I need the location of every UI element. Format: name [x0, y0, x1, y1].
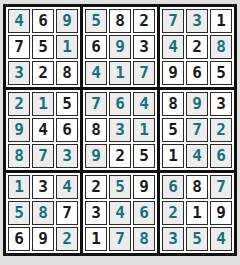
cell-r9c5[interactable]: 7: [109, 227, 131, 251]
box-r3c1: 134587692: [6, 173, 83, 253]
cell-r1c3[interactable]: 9: [56, 9, 78, 33]
cell-r7c4[interactable]: 2: [85, 175, 107, 199]
cell-r5c2[interactable]: 4: [32, 118, 54, 142]
cell-r1c5[interactable]: 8: [109, 9, 131, 33]
cell-r9c7[interactable]: 3: [162, 227, 184, 251]
cell-r6c2[interactable]: 7: [32, 144, 54, 168]
cell-r7c7[interactable]: 6: [162, 175, 184, 199]
cell-r9c4[interactable]: 1: [85, 227, 107, 251]
cell-r7c6[interactable]: 9: [133, 175, 155, 199]
cell-r7c9[interactable]: 7: [210, 175, 232, 199]
cell-r2c9[interactable]: 8: [210, 35, 232, 59]
cell-r3c7[interactable]: 9: [162, 61, 184, 85]
cell-r6c5[interactable]: 2: [109, 144, 131, 168]
box-r2c3: 893572146: [160, 90, 234, 173]
cell-r8c4[interactable]: 3: [85, 201, 107, 225]
cell-r2c7[interactable]: 4: [162, 35, 184, 59]
cell-r4c9[interactable]: 3: [210, 92, 232, 116]
box-r1c3: 731428965: [160, 7, 234, 90]
cell-r8c7[interactable]: 2: [162, 201, 184, 225]
cell-r8c3[interactable]: 7: [56, 201, 78, 225]
cell-r5c3[interactable]: 6: [56, 118, 78, 142]
cell-r8c5[interactable]: 4: [109, 201, 131, 225]
cell-r3c5[interactable]: 1: [109, 61, 131, 85]
cell-r2c1[interactable]: 7: [8, 35, 30, 59]
cell-r3c4[interactable]: 4: [85, 61, 107, 85]
cell-r8c2[interactable]: 8: [32, 201, 54, 225]
cell-r7c8[interactable]: 8: [186, 175, 208, 199]
cell-r9c9[interactable]: 4: [210, 227, 232, 251]
cell-r8c1[interactable]: 5: [8, 201, 30, 225]
cell-r4c5[interactable]: 6: [109, 92, 131, 116]
cell-r5c5[interactable]: 3: [109, 118, 131, 142]
cell-r2c8[interactable]: 2: [186, 35, 208, 59]
cell-r5c1[interactable]: 9: [8, 118, 30, 142]
cell-r3c2[interactable]: 2: [32, 61, 54, 85]
cell-r9c2[interactable]: 9: [32, 227, 54, 251]
cell-r4c6[interactable]: 4: [133, 92, 155, 116]
cell-r1c4[interactable]: 5: [85, 9, 107, 33]
cell-r2c4[interactable]: 6: [85, 35, 107, 59]
cell-r1c8[interactable]: 3: [186, 9, 208, 33]
cell-r5c7[interactable]: 5: [162, 118, 184, 142]
cell-r8c8[interactable]: 1: [186, 201, 208, 225]
cell-r4c4[interactable]: 7: [85, 92, 107, 116]
cell-r6c3[interactable]: 3: [56, 144, 78, 168]
cell-r4c2[interactable]: 1: [32, 92, 54, 116]
cell-r3c8[interactable]: 6: [186, 61, 208, 85]
cell-r6c7[interactable]: 1: [162, 144, 184, 168]
cell-r5c8[interactable]: 7: [186, 118, 208, 142]
cell-r7c2[interactable]: 3: [32, 175, 54, 199]
cell-r8c9[interactable]: 9: [210, 201, 232, 225]
box-r3c2: 259346178: [83, 173, 160, 253]
box-r1c1: 469751328: [6, 7, 83, 90]
cell-r2c5[interactable]: 9: [109, 35, 131, 59]
cell-r4c7[interactable]: 8: [162, 92, 184, 116]
cell-r8c6[interactable]: 6: [133, 201, 155, 225]
sudoku-board: 469751328 582693417 731428965 215946873 …: [3, 4, 237, 256]
cell-r6c1[interactable]: 8: [8, 144, 30, 168]
cell-r6c4[interactable]: 9: [85, 144, 107, 168]
cell-r3c9[interactable]: 5: [210, 61, 232, 85]
cell-r7c5[interactable]: 5: [109, 175, 131, 199]
cell-r2c3[interactable]: 1: [56, 35, 78, 59]
cell-r9c8[interactable]: 5: [186, 227, 208, 251]
cell-r2c6[interactable]: 3: [133, 35, 155, 59]
cell-r1c9[interactable]: 1: [210, 9, 232, 33]
cell-r5c4[interactable]: 8: [85, 118, 107, 142]
box-r2c2: 764831925: [83, 90, 160, 173]
cell-r1c7[interactable]: 7: [162, 9, 184, 33]
cell-r6c6[interactable]: 5: [133, 144, 155, 168]
cell-r9c3[interactable]: 2: [56, 227, 78, 251]
cell-r3c1[interactable]: 3: [8, 61, 30, 85]
box-r3c3: 687219354: [160, 173, 234, 253]
cell-r9c1[interactable]: 6: [8, 227, 30, 251]
cell-r7c3[interactable]: 4: [56, 175, 78, 199]
cell-r1c1[interactable]: 4: [8, 9, 30, 33]
cell-r9c6[interactable]: 8: [133, 227, 155, 251]
cell-r2c2[interactable]: 5: [32, 35, 54, 59]
cell-r3c3[interactable]: 8: [56, 61, 78, 85]
box-r2c1: 215946873: [6, 90, 83, 173]
cell-r6c9[interactable]: 6: [210, 144, 232, 168]
cell-r4c8[interactable]: 9: [186, 92, 208, 116]
box-r1c2: 582693417: [83, 7, 160, 90]
cell-r6c8[interactable]: 4: [186, 144, 208, 168]
cell-r1c6[interactable]: 2: [133, 9, 155, 33]
cell-r1c2[interactable]: 6: [32, 9, 54, 33]
cell-r5c6[interactable]: 1: [133, 118, 155, 142]
cell-r4c1[interactable]: 2: [8, 92, 30, 116]
cell-r4c3[interactable]: 5: [56, 92, 78, 116]
cell-r7c1[interactable]: 1: [8, 175, 30, 199]
cell-r5c9[interactable]: 2: [210, 118, 232, 142]
cell-r3c6[interactable]: 7: [133, 61, 155, 85]
